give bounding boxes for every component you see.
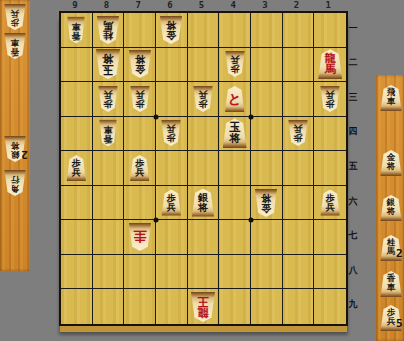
square-66[interactable]: 歩兵 [156,186,188,221]
rank-label-5: 五 [346,149,360,184]
square-81[interactable]: 桂馬 [93,13,125,48]
piece-gote-knight[interactable]: 桂馬 [96,16,119,44]
piece-gote-pawn[interactable]: 歩兵 [225,51,245,77]
square-82[interactable]: 玉将 [93,48,125,83]
hand-count-sente-pawn: 5 [396,317,403,330]
piece-gote-lance[interactable]: 香車 [67,16,85,43]
square-27[interactable] [283,220,315,255]
square-53[interactable]: 歩兵 [188,82,220,117]
piece-glyph: 兵 [198,90,207,99]
square-16[interactable]: 歩兵 [314,186,346,221]
square-96[interactable] [61,186,93,221]
square-76[interactable] [124,186,156,221]
square-33[interactable] [251,82,283,117]
rank-label-7: 七 [346,218,360,253]
file-label-3: 3 [249,0,281,10]
square-95[interactable]: 歩兵 [61,151,93,186]
square-22[interactable] [283,48,315,83]
square-21[interactable] [283,13,315,48]
square-15[interactable] [314,151,346,186]
file-labels: 987654321 [59,0,344,10]
square-49[interactable] [219,289,251,324]
file-label-7: 7 [122,0,154,10]
piece-glyph: 角 [11,185,20,194]
piece-glyph: 金 [166,30,176,40]
square-99[interactable] [61,289,93,324]
piece-gote-pawn[interactable]: 歩兵 [288,120,308,146]
square-94[interactable] [61,117,93,152]
square-38[interactable] [251,255,283,290]
square-91[interactable]: 香車 [61,13,93,48]
piece-glyph: 香 [72,30,81,39]
piece-glyph: 将 [135,54,145,64]
square-73[interactable]: 歩兵 [124,82,156,117]
file-label-2: 2 [281,0,313,10]
piece-glyph: 兵 [293,124,302,133]
piece-sente-pawn[interactable]: 歩兵 [66,155,86,181]
piece-glyph: 銀 [11,151,20,160]
square-34[interactable] [251,117,283,152]
file-label-5: 5 [186,0,218,10]
piece-glyph: 歩 [103,99,112,108]
piece-glyph: 行 [11,176,20,185]
square-68[interactable] [156,255,188,290]
sente-piece-stand: 飛車金将銀将桂馬2香車歩兵5 [376,75,404,341]
square-87[interactable] [93,220,125,255]
square-17[interactable] [314,220,346,255]
piece-glyph: 馬 [387,247,396,256]
square-77[interactable]: 圭 [124,220,156,255]
square-14[interactable] [314,117,346,152]
hand-piece-sente-rook[interactable]: 飛車 [380,85,402,111]
hand-piece-sente-silver[interactable]: 銀将 [380,195,402,221]
piece-glyph: 金 [261,203,271,213]
square-72[interactable]: 金将 [124,48,156,83]
square-55[interactable] [188,151,220,186]
piece-glyph: 王 [197,296,208,307]
piece-glyph: 兵 [230,55,239,64]
square-74[interactable] [124,117,156,152]
square-98[interactable] [61,255,93,290]
board: 香車桂馬金将玉将金将歩兵龍馬歩兵歩兵歩兵と歩兵香車歩兵玉将歩兵歩兵歩兵歩兵銀将金… [59,11,348,326]
square-32[interactable] [251,48,283,83]
piece-gote-pawn[interactable]: 歩兵 [98,86,118,112]
rank-label-9: 九 [346,288,360,323]
piece-glyph: 車 [11,39,20,48]
square-23[interactable] [283,82,315,117]
piece-glyph: 兵 [167,124,176,133]
square-71[interactable] [124,13,156,48]
piece-glyph: 歩 [198,99,207,108]
piece-glyph: 圭 [133,231,146,244]
piece-gote-pawn[interactable]: 歩兵 [193,86,213,112]
square-69[interactable] [156,289,188,324]
square-54[interactable] [188,117,220,152]
square-25[interactable] [283,151,315,186]
piece-sente-pawn[interactable]: 歩兵 [320,190,340,216]
piece-glyph: 将 [198,203,208,213]
piece-glyph: 兵 [167,203,176,212]
square-51[interactable] [188,13,220,48]
piece-glyph: 玉 [102,64,113,75]
square-89[interactable] [93,289,125,324]
piece-glyph: 将 [11,142,20,151]
file-label-8: 8 [91,0,123,10]
square-35[interactable] [251,151,283,186]
square-45[interactable] [219,151,251,186]
piece-glyph: 香 [103,134,112,143]
piece-gote-gold[interactable]: 金将 [128,50,151,78]
gote-piece-stand: 歩兵香車銀将2角行 [0,0,30,271]
square-59[interactable]: 龍王 [188,289,220,324]
square-78[interactable] [124,255,156,290]
piece-glyph: 将 [261,193,271,203]
piece-gote-gold[interactable]: 金将 [255,189,278,217]
square-12[interactable]: 龍馬 [314,48,346,83]
square-39[interactable] [251,289,283,324]
piece-glyph: 車 [387,97,396,106]
square-19[interactable] [314,289,346,324]
hand-piece-gote-pawn[interactable]: 歩兵 [4,4,26,30]
piece-sente-pawn[interactable]: 歩兵 [161,190,181,216]
square-63[interactable] [156,82,188,117]
piece-glyph: 車 [103,125,112,134]
piece-glyph: 金 [135,64,145,74]
piece-glyph: 馬 [325,64,336,75]
star-point [153,218,158,223]
piece-glyph: 兵 [72,168,81,177]
square-88[interactable] [93,255,125,290]
star-point [153,114,158,119]
piece-glyph: 兵 [11,10,20,19]
square-46[interactable] [219,186,251,221]
rank-label-6: 六 [346,184,360,219]
file-label-4: 4 [217,0,249,10]
piece-glyph: 歩 [326,99,335,108]
piece-glyph: 歩 [167,133,176,142]
square-11[interactable] [314,13,346,48]
square-48[interactable] [219,255,251,290]
square-26[interactable] [283,186,315,221]
piece-sente-horse[interactable]: 龍馬 [318,49,343,79]
square-28[interactable] [283,255,315,290]
hand-count-gote-silver: 2 [21,148,28,161]
square-52[interactable] [188,48,220,83]
piece-glyph: 歩 [135,99,144,108]
square-13[interactable]: 歩兵 [314,82,346,117]
rank-label-1: 一 [346,11,360,46]
square-85[interactable] [93,151,125,186]
piece-glyph: 馬 [103,20,113,30]
piece-gote-dragon[interactable]: 龍王 [190,292,215,322]
square-58[interactable] [188,255,220,290]
piece-sente-king[interactable]: 玉将 [222,118,247,148]
piece-glyph: 兵 [103,90,112,99]
square-18[interactable] [314,255,346,290]
piece-gote-gold[interactable]: 金将 [160,16,183,44]
file-label-6: 6 [154,0,186,10]
square-86[interactable] [93,186,125,221]
square-75[interactable]: 歩兵 [124,151,156,186]
square-41[interactable] [219,13,251,48]
piece-glyph: 兵 [135,90,144,99]
piece-glyph: 歩 [293,133,302,142]
piece-glyph: 兵 [326,203,335,212]
hand-piece-gote-bishop[interactable]: 角行 [4,170,26,196]
file-label-9: 9 [59,0,91,10]
piece-sente-silver[interactable]: 銀将 [191,189,214,217]
piece-gote-promoted-knight[interactable]: 圭 [128,223,151,251]
piece-glyph: 兵 [326,90,335,99]
rank-labels: 一二三四五六七八九 [346,11,360,322]
square-84[interactable]: 香車 [93,117,125,152]
square-93[interactable] [61,82,93,117]
square-65[interactable] [156,151,188,186]
square-61[interactable]: 金将 [156,13,188,48]
square-42[interactable]: 歩兵 [219,48,251,83]
square-64[interactable]: 歩兵 [156,117,188,152]
piece-gote-pawn[interactable]: 歩兵 [320,86,340,112]
square-47[interactable] [219,220,251,255]
piece-gote-pawn[interactable]: 歩兵 [161,120,181,146]
square-29[interactable] [283,289,315,324]
rank-label-2: 二 [346,46,360,81]
piece-glyph: 香 [11,48,20,57]
square-67[interactable] [156,220,188,255]
piece-sente-tokin[interactable]: と [225,86,245,112]
piece-glyph: 将 [102,53,113,64]
piece-gote-lance[interactable]: 香車 [99,120,117,147]
square-24[interactable]: 歩兵 [283,117,315,152]
square-37[interactable] [251,220,283,255]
square-83[interactable]: 歩兵 [93,82,125,117]
hand-piece-sente-lance[interactable]: 香車 [380,271,402,297]
piece-gote-pawn[interactable]: 歩兵 [130,86,150,112]
piece-glyph: 将 [387,162,396,171]
rank-label-3: 三 [346,80,360,115]
square-56[interactable]: 銀将 [188,186,220,221]
piece-glyph: 桂 [103,30,113,40]
square-44[interactable]: 玉将 [219,117,251,152]
square-43[interactable]: と [219,82,251,117]
hand-piece-gote-lance[interactable]: 香車 [4,33,26,59]
rank-label-8: 八 [346,253,360,288]
piece-gote-king[interactable]: 玉将 [95,49,120,79]
piece-glyph: 車 [72,21,81,30]
piece-glyph: 将 [166,20,176,30]
square-57[interactable] [188,220,220,255]
piece-glyph: 龍 [197,307,208,318]
square-92[interactable] [61,48,93,83]
hand-count-sente-knight: 2 [396,247,403,260]
piece-glyph: 歩 [11,19,20,28]
piece-sente-pawn[interactable]: 歩兵 [130,155,150,181]
hand-piece-sente-gold[interactable]: 金将 [380,150,402,176]
piece-glyph: 歩 [230,64,239,73]
piece-glyph: 兵 [387,317,396,326]
star-point [249,218,254,223]
piece-glyph: と [228,92,241,105]
star-point [249,114,254,119]
square-97[interactable] [61,220,93,255]
file-label-1: 1 [312,0,344,10]
piece-glyph: 兵 [135,168,144,177]
square-79[interactable] [124,289,156,324]
rank-label-4: 四 [346,115,360,150]
square-31[interactable] [251,13,283,48]
square-62[interactable] [156,48,188,83]
piece-glyph: 将 [229,133,240,144]
piece-glyph: 車 [387,283,396,292]
piece-glyph: 将 [387,207,396,216]
square-36[interactable]: 金将 [251,186,283,221]
